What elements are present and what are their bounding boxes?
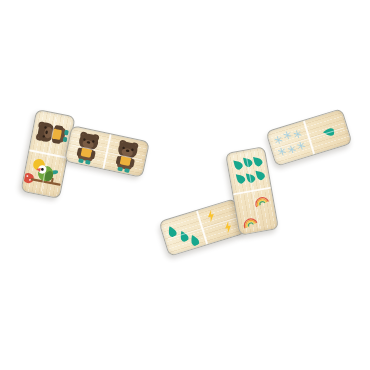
- bear-icon: [71, 128, 103, 166]
- domino-half-rainbows: [233, 189, 277, 235]
- snowflake-icon: [277, 146, 288, 157]
- raindrop-icon: [232, 171, 247, 186]
- snowflake-icon: [282, 130, 293, 141]
- domino-snowflakes-leaf[interactable]: [265, 108, 352, 167]
- snowflake-icon: [292, 128, 303, 139]
- domino-half-raindrops: [226, 147, 270, 193]
- snowflake-icon: [286, 144, 297, 155]
- lightning-icon: [205, 208, 216, 223]
- rainbow-icon: [252, 194, 269, 208]
- rainbow-icon: [241, 214, 258, 228]
- raindrop-icon: [165, 223, 178, 238]
- raindrop-icon: [242, 170, 257, 185]
- snowflake-icon: [296, 140, 307, 151]
- raindrop-icon: [176, 228, 189, 243]
- raindrop-icon: [252, 167, 267, 182]
- domino-half-bear: [104, 134, 148, 176]
- raindrop-icon: [249, 153, 264, 168]
- domino-bear-bear[interactable]: [64, 125, 150, 178]
- domino-half-bear: [65, 126, 109, 168]
- bear-icon: [33, 117, 70, 149]
- leaf-icon: [322, 126, 334, 135]
- bear-icon: [110, 136, 142, 174]
- domino-raindrops-lightning[interactable]: [158, 198, 245, 257]
- parrot-icon: [23, 155, 66, 194]
- raindrop-icon: [230, 157, 245, 172]
- raindrop-icon: [239, 154, 254, 169]
- dominoes-board: [0, 0, 370, 370]
- lightning-icon: [223, 219, 234, 234]
- raindrop-icon: [188, 232, 201, 247]
- domino-half-parrot: [22, 151, 67, 198]
- snowflake-icon: [273, 134, 284, 145]
